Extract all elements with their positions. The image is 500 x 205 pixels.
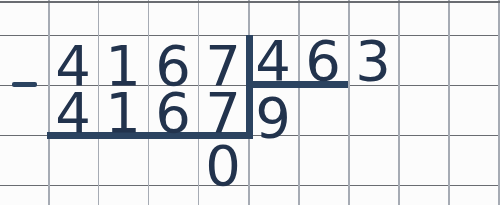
minus-sign <box>12 82 37 88</box>
cell-remainder-c4r3: 0 <box>198 141 248 191</box>
cell-subtrahend-c3r2: 6 <box>148 88 198 138</box>
grid-line-top <box>0 1 500 3</box>
squared-paper-board: 4167463416790 <box>0 0 500 205</box>
cell-divisor-c6r1: 6 <box>298 36 348 86</box>
cell-subtrahend-c4r2: 7 <box>198 88 248 138</box>
cell-subtrahend-c1r2: 4 <box>48 88 98 138</box>
cell-divisor-c7r1: 3 <box>348 36 398 86</box>
cell-divisor-c5r1: 4 <box>248 36 298 86</box>
cell-quotient-c5r2: 9 <box>248 93 298 143</box>
cell-subtrahend-c2r2: 1 <box>98 88 148 138</box>
